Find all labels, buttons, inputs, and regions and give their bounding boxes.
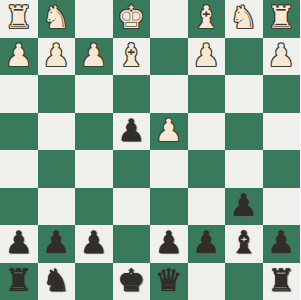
square-a1[interactable]: ♜	[263, 0, 301, 38]
white-pawn[interactable]: ♟	[192, 40, 220, 71]
square-d8[interactable]: ♛	[150, 263, 188, 300]
square-g1[interactable]: ♞	[38, 0, 76, 38]
square-e1[interactable]: ♚	[113, 0, 151, 38]
square-e7[interactable]	[113, 225, 151, 263]
square-e4[interactable]: ♟	[113, 113, 151, 151]
square-f2[interactable]: ♟	[75, 38, 113, 76]
black-rook[interactable]: ♜	[5, 265, 33, 296]
square-g4[interactable]	[38, 113, 76, 151]
white-pawn[interactable]: ♟	[267, 40, 295, 71]
square-e3[interactable]	[113, 75, 151, 113]
black-pawn[interactable]: ♟	[155, 227, 183, 258]
black-pawn[interactable]: ♟	[230, 190, 258, 221]
square-b2[interactable]	[225, 38, 263, 76]
white-pawn[interactable]: ♟	[5, 40, 33, 71]
square-d3[interactable]	[150, 75, 188, 113]
square-d4[interactable]: ♟	[150, 113, 188, 151]
square-d2[interactable]	[150, 38, 188, 76]
white-rook[interactable]: ♜	[267, 2, 295, 33]
square-b4[interactable]	[225, 113, 263, 151]
square-h3[interactable]	[0, 75, 38, 113]
square-h2[interactable]: ♟	[0, 38, 38, 76]
black-pawn[interactable]: ♟	[5, 227, 33, 258]
square-g3[interactable]	[38, 75, 76, 113]
square-g7[interactable]: ♟	[38, 225, 76, 263]
square-a8[interactable]: ♜	[263, 263, 301, 300]
square-d1[interactable]	[150, 0, 188, 38]
square-b3[interactable]	[225, 75, 263, 113]
white-pawn[interactable]: ♟	[80, 40, 108, 71]
square-g5[interactable]	[38, 150, 76, 188]
square-c7[interactable]: ♟	[188, 225, 226, 263]
black-pawn[interactable]: ♟	[42, 227, 70, 258]
square-h5[interactable]	[0, 150, 38, 188]
black-king[interactable]: ♚	[117, 265, 145, 296]
black-pawn[interactable]: ♟	[117, 115, 145, 146]
square-a4[interactable]	[263, 113, 301, 151]
square-f8[interactable]	[75, 263, 113, 300]
square-b1[interactable]: ♞	[225, 0, 263, 38]
black-rook[interactable]: ♜	[267, 265, 295, 296]
white-bishop[interactable]: ♝	[192, 2, 220, 33]
square-e2[interactable]: ♝	[113, 38, 151, 76]
square-d7[interactable]: ♟	[150, 225, 188, 263]
white-knight[interactable]: ♞	[42, 2, 70, 33]
white-bishop[interactable]: ♝	[117, 40, 145, 71]
square-a2[interactable]: ♟	[263, 38, 301, 76]
square-e6[interactable]	[113, 188, 151, 226]
square-e5[interactable]	[113, 150, 151, 188]
square-b6[interactable]: ♟	[225, 188, 263, 226]
square-h6[interactable]	[0, 188, 38, 226]
square-c2[interactable]: ♟	[188, 38, 226, 76]
square-g6[interactable]	[38, 188, 76, 226]
black-pawn[interactable]: ♟	[267, 227, 295, 258]
square-e8[interactable]: ♚	[113, 263, 151, 300]
white-knight[interactable]: ♞	[230, 2, 258, 33]
square-b8[interactable]	[225, 263, 263, 300]
square-d5[interactable]	[150, 150, 188, 188]
white-pawn[interactable]: ♟	[42, 40, 70, 71]
square-f5[interactable]	[75, 150, 113, 188]
square-c1[interactable]: ♝	[188, 0, 226, 38]
white-rook[interactable]: ♜	[5, 2, 33, 33]
square-g2[interactable]: ♟	[38, 38, 76, 76]
chess-board: ♜♞♚♝♞♜♟♟♟♝♟♟♟♟♟♟♟♟♟♟♝♟♜♞♚♛♜	[0, 0, 300, 300]
square-c6[interactable]	[188, 188, 226, 226]
square-c3[interactable]	[188, 75, 226, 113]
square-a6[interactable]	[263, 188, 301, 226]
square-f1[interactable]	[75, 0, 113, 38]
white-pawn[interactable]: ♟	[155, 115, 183, 146]
black-bishop[interactable]: ♝	[230, 227, 258, 258]
white-king[interactable]: ♚	[117, 2, 145, 33]
square-h8[interactable]: ♜	[0, 263, 38, 300]
square-a5[interactable]	[263, 150, 301, 188]
square-h4[interactable]	[0, 113, 38, 151]
square-b5[interactable]	[225, 150, 263, 188]
square-g8[interactable]: ♞	[38, 263, 76, 300]
square-f3[interactable]	[75, 75, 113, 113]
square-h7[interactable]: ♟	[0, 225, 38, 263]
black-knight[interactable]: ♞	[42, 265, 70, 296]
square-f6[interactable]	[75, 188, 113, 226]
square-b7[interactable]: ♝	[225, 225, 263, 263]
square-h1[interactable]: ♜	[0, 0, 38, 38]
square-f7[interactable]: ♟	[75, 225, 113, 263]
black-pawn[interactable]: ♟	[192, 227, 220, 258]
black-pawn[interactable]: ♟	[80, 227, 108, 258]
square-c5[interactable]	[188, 150, 226, 188]
square-d6[interactable]	[150, 188, 188, 226]
square-a7[interactable]: ♟	[263, 225, 301, 263]
square-f4[interactable]	[75, 113, 113, 151]
square-a3[interactable]	[263, 75, 301, 113]
square-c8[interactable]	[188, 263, 226, 300]
black-queen[interactable]: ♛	[155, 265, 183, 296]
square-c4[interactable]	[188, 113, 226, 151]
